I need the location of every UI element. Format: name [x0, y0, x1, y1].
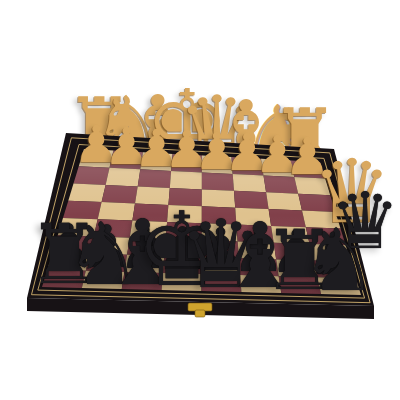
chess-set-photo: ♜♞♝♚♛♝♞♜ ♟♟♟♟♟♟♟♟♛♟♟♟♟♟♟♟♟♛♜♞♝♚♛♝♜♞ [0, 0, 400, 400]
board-sheen [42, 149, 361, 295]
chess-board [0, 0, 400, 400]
latch-tab [195, 310, 205, 317]
